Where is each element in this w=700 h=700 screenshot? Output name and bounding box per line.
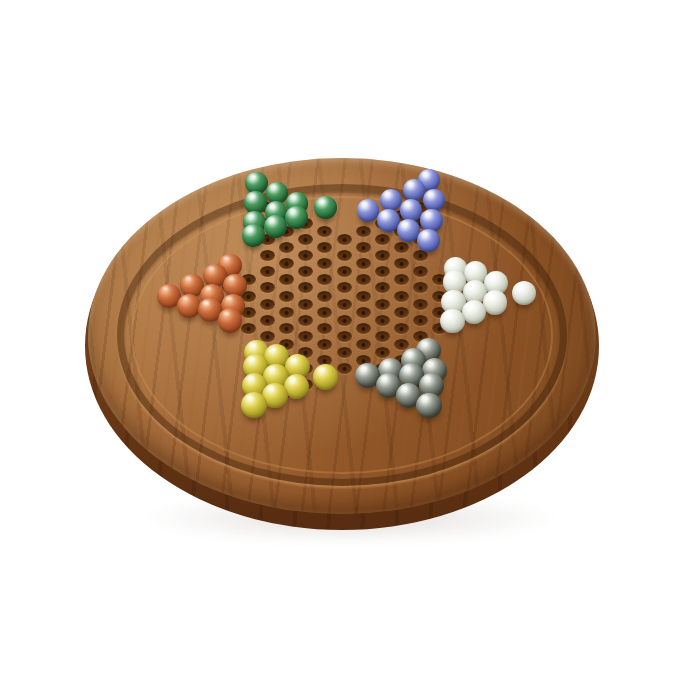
chinese-checkers-product-photo [0,0,700,700]
groove-highlight-ring [131,196,553,474]
